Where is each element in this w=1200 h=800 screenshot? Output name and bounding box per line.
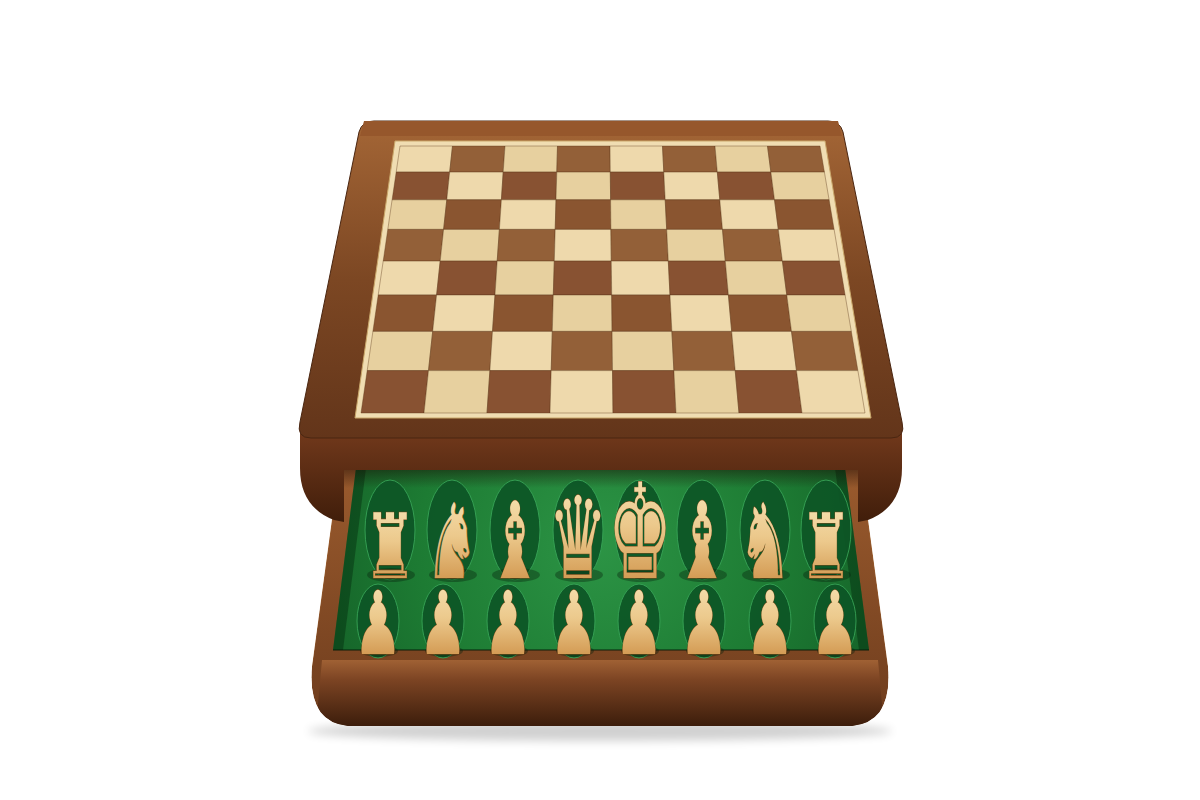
square-e4	[611, 261, 670, 295]
tray-piece-pawn-front-5: ♟	[615, 572, 664, 674]
tray-piece-pawn-front-4: ♟	[550, 572, 599, 674]
product-photo-stage: ♜♞♝♛♚♝♞♜♟♟♟♟♟♟♟♟	[0, 0, 1200, 800]
square-g3	[728, 295, 791, 331]
square-d6	[555, 200, 611, 230]
square-h4	[782, 261, 845, 295]
square-d5	[554, 229, 611, 261]
square-g8	[715, 146, 771, 172]
square-c2	[490, 331, 552, 370]
tray-piece-pawn-front-7: ♟	[746, 572, 795, 674]
chess-box-photo: ♜♞♝♛♚♝♞♜♟♟♟♟♟♟♟♟	[0, 0, 1200, 800]
square-d8	[557, 146, 611, 172]
square-h7	[771, 172, 829, 200]
square-g5	[723, 229, 783, 261]
square-c1	[487, 371, 551, 413]
square-b1	[424, 371, 490, 413]
square-a4	[378, 261, 440, 295]
square-g4	[725, 261, 787, 295]
square-e2	[612, 331, 674, 370]
square-f3	[670, 295, 732, 331]
square-c4	[495, 261, 554, 295]
square-e6	[611, 200, 667, 230]
square-c5	[497, 229, 555, 261]
square-c7	[501, 172, 556, 200]
tray-piece-pawn-front-8: ♟	[811, 572, 860, 674]
square-a6	[388, 200, 447, 230]
pawn-glyph: ♟	[354, 572, 403, 674]
square-a5	[383, 229, 443, 261]
square-a7	[392, 172, 450, 200]
square-e1	[613, 371, 677, 413]
chess-box-top	[299, 121, 903, 522]
square-h8	[768, 146, 825, 172]
square-f4	[668, 261, 728, 295]
square-a3	[373, 295, 437, 331]
square-e8	[610, 146, 664, 172]
square-d1	[550, 371, 613, 413]
pawn-glyph: ♟	[484, 572, 533, 674]
square-h5	[778, 229, 839, 261]
square-a1	[361, 371, 429, 413]
tray-piece-pawn-front-1: ♟	[354, 572, 403, 674]
pawn-glyph: ♟	[811, 572, 860, 674]
square-f7	[664, 172, 720, 200]
tray-piece-pawn-front-2: ♟	[419, 572, 468, 674]
square-f8	[663, 146, 718, 172]
tray-piece-pawn-front-3: ♟	[484, 572, 533, 674]
pawn-glyph: ♟	[615, 572, 664, 674]
square-f6	[665, 200, 722, 230]
square-e3	[612, 295, 672, 331]
square-f5	[667, 229, 726, 261]
square-h2	[792, 331, 858, 370]
square-h3	[787, 295, 852, 331]
pawn-glyph: ♟	[419, 572, 468, 674]
square-b7	[447, 172, 503, 200]
pawn-glyph: ♟	[746, 572, 795, 674]
square-h6	[775, 200, 835, 230]
square-b2	[429, 331, 493, 370]
square-b8	[450, 146, 505, 172]
square-d4	[553, 261, 611, 295]
square-a8	[396, 146, 452, 172]
square-h1	[797, 371, 866, 413]
square-f2	[672, 331, 735, 370]
square-b5	[440, 229, 499, 261]
frame-back-bevel	[360, 121, 842, 136]
square-b4	[437, 261, 498, 295]
chessboard-field	[361, 146, 865, 413]
square-d2	[551, 331, 612, 370]
square-g2	[732, 331, 797, 370]
square-a2	[367, 331, 433, 370]
square-b6	[444, 200, 502, 230]
square-d7	[556, 172, 611, 200]
square-e7	[610, 172, 665, 200]
square-c6	[499, 200, 556, 230]
square-c3	[493, 295, 554, 331]
square-e5	[611, 229, 668, 261]
square-d3	[552, 295, 612, 331]
square-f1	[674, 371, 739, 413]
chess-box-scene: ♜♞♝♛♚♝♞♜♟♟♟♟♟♟♟♟	[0, 0, 1200, 800]
tray-piece-pawn-front-6: ♟	[680, 572, 729, 674]
square-g1	[735, 371, 802, 413]
square-c8	[503, 146, 557, 172]
square-b3	[433, 295, 495, 331]
pawn-glyph: ♟	[680, 572, 729, 674]
pawn-glyph: ♟	[550, 572, 599, 674]
square-g6	[720, 200, 779, 230]
square-g7	[717, 172, 774, 200]
